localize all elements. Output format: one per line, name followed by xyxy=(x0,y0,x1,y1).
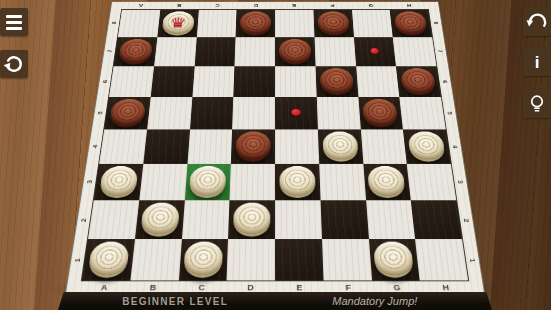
mandatory-jump-message: Mandatory Jump! xyxy=(332,295,417,307)
white-man-A1[interactable] xyxy=(87,242,129,275)
col-label-bottom-H: H xyxy=(421,281,471,293)
red-man-F6[interactable] xyxy=(319,68,353,92)
square-F3 xyxy=(319,164,366,200)
red-man-A5[interactable] xyxy=(109,99,146,125)
square-F2[interactable] xyxy=(320,200,368,239)
red-man-H8[interactable] xyxy=(394,12,428,34)
square-B7 xyxy=(154,37,197,66)
col-label-top-F: F xyxy=(313,2,352,9)
square-A2 xyxy=(88,200,139,239)
level-label: BEGINNER LEVEL xyxy=(122,296,228,307)
col-label-bottom-D: D xyxy=(226,281,275,293)
white-man-B2[interactable] xyxy=(140,203,180,234)
square-F4[interactable] xyxy=(318,129,363,163)
square-E7[interactable] xyxy=(275,37,315,66)
red-man-A7[interactable] xyxy=(118,39,153,62)
square-A4 xyxy=(99,129,147,163)
red-man-F8[interactable] xyxy=(317,12,349,34)
square-D7 xyxy=(235,37,275,66)
square-E1[interactable] xyxy=(275,239,323,280)
col-label-bottom-F: F xyxy=(324,281,373,293)
white-man-A3[interactable] xyxy=(99,166,138,195)
col-label-bottom-E: E xyxy=(275,281,324,293)
column-labels-bottom: ABCDEFGH xyxy=(79,281,471,293)
square-F8[interactable] xyxy=(313,10,353,38)
square-F7 xyxy=(314,37,355,66)
square-H6[interactable] xyxy=(396,66,441,97)
square-G8 xyxy=(352,10,393,38)
info-icon: i xyxy=(535,54,540,71)
square-C3[interactable] xyxy=(184,164,231,200)
square-A7[interactable] xyxy=(114,37,158,66)
square-B1 xyxy=(130,239,181,280)
square-A6 xyxy=(109,66,154,97)
undo-arrow-icon xyxy=(526,11,548,33)
jump-target-dot-G7[interactable] xyxy=(370,48,379,54)
square-F5 xyxy=(317,97,361,129)
hamburger-icon xyxy=(6,15,22,30)
col-label-bottom-A: A xyxy=(79,281,129,293)
square-C4 xyxy=(187,129,232,163)
square-G4 xyxy=(360,129,407,163)
menu-button[interactable] xyxy=(0,8,28,36)
white-man-G3[interactable] xyxy=(368,166,406,195)
white-man-C3[interactable] xyxy=(189,166,226,195)
col-label-top-H: H xyxy=(390,2,429,9)
king-crown-icon: ♛ xyxy=(161,12,194,34)
red-man-D4[interactable] xyxy=(236,132,271,159)
white-man-F4[interactable] xyxy=(322,132,358,159)
square-D5 xyxy=(232,97,275,129)
square-G1[interactable] xyxy=(369,239,420,280)
info-button[interactable]: i xyxy=(523,48,551,76)
square-E8 xyxy=(275,10,314,38)
jump-target-dot-E5[interactable] xyxy=(291,109,300,116)
square-E2 xyxy=(275,200,322,239)
square-A8 xyxy=(118,10,160,38)
square-C7[interactable] xyxy=(194,37,235,66)
square-E5[interactable] xyxy=(275,97,318,129)
checkers-board: ABCDEFGH ABCDEFGH 87654321 87654321 ♛ xyxy=(66,2,484,293)
square-C1[interactable] xyxy=(178,239,228,280)
red-man-D8[interactable] xyxy=(240,12,271,34)
board-grid: ♛ xyxy=(81,9,470,281)
red-man-H6[interactable] xyxy=(400,68,436,92)
square-B6[interactable] xyxy=(150,66,194,97)
white-man-G1[interactable] xyxy=(373,242,414,275)
square-B8[interactable]: ♛ xyxy=(157,10,198,38)
square-C6 xyxy=(192,66,235,97)
square-H7 xyxy=(393,37,437,66)
square-G7[interactable] xyxy=(354,37,397,66)
white-man-H4[interactable] xyxy=(408,132,446,159)
column-labels-top: ABCDEFGH xyxy=(121,2,429,9)
square-C5[interactable] xyxy=(190,97,234,129)
col-label-bottom-C: C xyxy=(177,281,226,293)
square-B4[interactable] xyxy=(143,129,190,163)
square-H4[interactable] xyxy=(403,129,451,163)
square-G6 xyxy=(356,66,400,97)
hint-button[interactable] xyxy=(523,90,551,118)
red-man-E7[interactable] xyxy=(279,39,311,62)
square-D1 xyxy=(227,239,275,280)
square-H2[interactable] xyxy=(411,200,462,239)
square-E6 xyxy=(275,66,317,97)
col-label-bottom-B: B xyxy=(128,281,178,293)
square-B3 xyxy=(139,164,187,200)
square-D8[interactable] xyxy=(236,10,275,38)
col-label-bottom-G: G xyxy=(372,281,422,293)
square-H8[interactable] xyxy=(390,10,432,38)
square-G5[interactable] xyxy=(358,97,403,129)
square-B5 xyxy=(147,97,192,129)
undo-button[interactable] xyxy=(523,8,551,36)
white-man-D2[interactable] xyxy=(233,203,270,234)
col-label-top-C: C xyxy=(198,2,237,9)
square-B2[interactable] xyxy=(135,200,185,239)
square-E4 xyxy=(275,129,319,163)
square-F1 xyxy=(322,239,372,280)
square-F6[interactable] xyxy=(315,66,358,97)
square-C2 xyxy=(181,200,229,239)
square-H3 xyxy=(407,164,456,200)
restart-button[interactable] xyxy=(0,50,28,78)
square-G3[interactable] xyxy=(363,164,411,200)
white-king-B8[interactable]: ♛ xyxy=(161,12,194,34)
square-H5 xyxy=(400,97,446,129)
square-H1 xyxy=(415,239,468,280)
col-label-top-G: G xyxy=(351,2,390,9)
square-D6[interactable] xyxy=(233,66,275,97)
col-label-top-B: B xyxy=(160,2,199,9)
status-bar: BEGINNER LEVEL Mandatory Jump! xyxy=(58,292,492,310)
square-C8 xyxy=(196,10,236,38)
restart-icon xyxy=(3,53,25,75)
square-A1[interactable] xyxy=(82,239,135,280)
square-A5[interactable] xyxy=(104,97,150,129)
square-D2[interactable] xyxy=(228,200,275,239)
col-label-top-A: A xyxy=(121,2,160,9)
square-G2 xyxy=(366,200,416,239)
lightbulb-icon xyxy=(526,93,548,115)
white-man-E3[interactable] xyxy=(279,166,315,195)
square-E3[interactable] xyxy=(275,164,320,200)
square-D3 xyxy=(230,164,275,200)
red-man-G5[interactable] xyxy=(362,99,398,125)
square-A3[interactable] xyxy=(94,164,143,200)
col-label-top-E: E xyxy=(275,2,313,9)
square-D4[interactable] xyxy=(231,129,275,163)
white-man-C1[interactable] xyxy=(184,242,224,275)
col-label-top-D: D xyxy=(237,2,275,9)
